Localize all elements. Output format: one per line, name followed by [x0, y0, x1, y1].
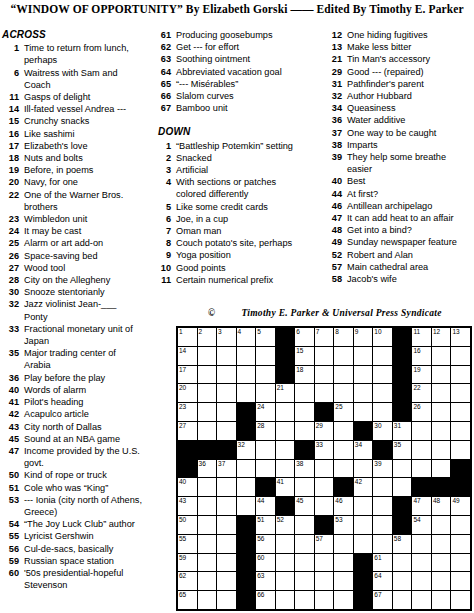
- grid-cell-r12c13[interactable]: [412, 535, 431, 553]
- cell-number: 17: [179, 366, 186, 374]
- grid-cell-r12c11[interactable]: [373, 535, 392, 553]
- grid-cell-r15c8[interactable]: [315, 591, 334, 609]
- grid-cell-r5c7[interactable]: [295, 403, 314, 421]
- grid-cell-r9c7[interactable]: [295, 478, 314, 496]
- grid-cell-r4c8[interactable]: [315, 384, 334, 402]
- grid-cell-r11c13[interactable]: 54: [412, 516, 431, 534]
- grid-cell-r9c3[interactable]: [217, 478, 236, 496]
- cell-number: 15: [296, 347, 303, 355]
- clue-down-46: 46Antillean archipelago: [324, 200, 458, 212]
- clue-across-56: 56Cul-de-sacs, basically: [2, 543, 142, 555]
- clue-number: 58: [324, 273, 342, 285]
- grid-cell-r4c14[interactable]: [432, 384, 451, 402]
- grid-cell-r1c7[interactable]: 6: [295, 328, 314, 346]
- grid-cell-r2c8[interactable]: [315, 347, 334, 365]
- grid-cell-r3c3[interactable]: [217, 366, 236, 384]
- grid-cell-r5c15[interactable]: [451, 403, 470, 421]
- clue-text: Producing goosebumps: [176, 29, 293, 41]
- grid-cell-r8c6[interactable]: [276, 460, 295, 478]
- grid-cell-r1c2[interactable]: 2: [198, 328, 217, 346]
- black-square: [237, 572, 256, 590]
- grid-cell-r3c15[interactable]: [451, 366, 470, 384]
- clue-text: Water additive: [347, 114, 458, 126]
- cell-number: 46: [335, 497, 342, 505]
- grid-cell-r3c5[interactable]: [256, 366, 275, 384]
- black-square: [393, 403, 412, 421]
- clue-down-8: 8Couch potato's site, perhaps: [158, 237, 293, 249]
- grid-cell-r13c1[interactable]: 59: [178, 554, 197, 572]
- clue-down-12: 12One hiding fugitives: [324, 29, 458, 41]
- clue-down-57: 57Main cathedral area: [324, 261, 458, 273]
- grid-cell-r14c6[interactable]: [276, 572, 295, 590]
- clue-text: Kind of rope or truck: [24, 469, 142, 481]
- grid-cell-r6c11[interactable]: 30: [373, 422, 392, 440]
- clue-text: Get --- for effort: [176, 41, 293, 53]
- black-square: [237, 535, 256, 553]
- grid-cell-r8c14[interactable]: [432, 460, 451, 478]
- grid-cell-r12c12[interactable]: 58: [393, 535, 412, 553]
- grid-cell-r2c15[interactable]: [451, 347, 470, 365]
- grid-cell-r12c3[interactable]: [217, 535, 236, 553]
- grid-cell-r4c9[interactable]: [334, 384, 353, 402]
- grid-cell-r14c9[interactable]: [334, 572, 353, 590]
- clue-down-40: 40Best: [324, 175, 458, 187]
- clue-text: '50s presidential-hopeful Stevenson: [24, 567, 142, 591]
- grid-cell-r2c7[interactable]: 15: [295, 347, 314, 365]
- clue-down-52: 52Robert and Alan: [324, 249, 458, 261]
- grid-cell-r11c7[interactable]: [295, 516, 314, 534]
- clue-number: 9: [158, 249, 171, 261]
- cell-number: 7: [316, 328, 320, 336]
- clue-down-10: 10Good points: [158, 262, 293, 274]
- grid-cell-r8c9[interactable]: [334, 460, 353, 478]
- clue-text: Cul-de-sacs, basically: [24, 543, 142, 555]
- clue-text: Nuts and bolts: [24, 152, 142, 164]
- grid-cell-r2c11[interactable]: [373, 347, 392, 365]
- grid-cell-r6c13[interactable]: [412, 422, 431, 440]
- grid-cell-r10c4[interactable]: [237, 497, 256, 515]
- grid-cell-r5c9[interactable]: 25: [334, 403, 353, 421]
- clue-text: Robert and Alan: [347, 249, 458, 261]
- grid-cell-r15c14[interactable]: [432, 591, 451, 609]
- cell-number: 50: [179, 516, 186, 524]
- clue-number: 4: [158, 176, 171, 188]
- grid-cell-r11c15[interactable]: [451, 516, 470, 534]
- grid-cell-r13c13[interactable]: [412, 554, 431, 572]
- grid-cell-r12c15[interactable]: [451, 535, 470, 553]
- grid-cell-r1c5[interactable]: 5: [256, 328, 275, 346]
- cell-number: 28: [257, 422, 264, 430]
- clue-text: Words of alarm: [24, 384, 142, 396]
- grid-cell-r6c7[interactable]: [295, 422, 314, 440]
- grid-cell-r12c10[interactable]: [354, 535, 373, 553]
- grid-cell-r9c4[interactable]: [237, 478, 256, 496]
- grid-cell-r2c2[interactable]: [198, 347, 217, 365]
- clue-text: Elizabeth's love: [24, 140, 142, 152]
- clue-number: 39: [324, 151, 342, 163]
- grid-cell-r5c13[interactable]: 26: [412, 403, 431, 421]
- black-square: [451, 460, 470, 478]
- grid-cell-r7c6[interactable]: [276, 441, 295, 459]
- grid-cell-r8c3[interactable]: 37: [217, 460, 236, 478]
- grid-cell-r12c1[interactable]: 55: [178, 535, 197, 553]
- black-square: [354, 554, 373, 572]
- clue-text: Jazz violinist Jean-___ Ponty: [24, 298, 142, 322]
- clue-text: Snacked: [176, 152, 293, 164]
- grid-cell-r2c13[interactable]: 16: [412, 347, 431, 365]
- clue-text: Sunday newspaper feature: [347, 236, 458, 248]
- grid-cell-r11c5[interactable]: 51: [256, 516, 275, 534]
- grid-cell-r5c10[interactable]: [354, 403, 373, 421]
- clue-down-34: 34Queasiness: [324, 102, 458, 114]
- grid-cell-r4c13[interactable]: 22: [412, 384, 431, 402]
- grid-cell-r15c2[interactable]: [198, 591, 217, 609]
- grid-cell-r2c1[interactable]: 14: [178, 347, 197, 365]
- grid-cell-r1c4[interactable]: 4: [237, 328, 256, 346]
- clue-down-29: 29Good --- (repaired): [324, 66, 458, 78]
- grid-cell-r11c6[interactable]: 52: [276, 516, 295, 534]
- grid-cell-r3c10[interactable]: [354, 366, 373, 384]
- grid-cell-r5c5[interactable]: 24: [256, 403, 275, 421]
- grid-cell-r15c11[interactable]: 67: [373, 591, 392, 609]
- clue-down-7: 7Oman man: [158, 225, 293, 237]
- grid-cell-r1c13[interactable]: 11: [412, 328, 431, 346]
- grid-cell-r13c9[interactable]: [334, 554, 353, 572]
- clue-text: Play before the play: [24, 372, 142, 384]
- grid-cell-r11c3[interactable]: [217, 516, 236, 534]
- clue-number: 32: [2, 298, 19, 310]
- grid-cell-r8c10[interactable]: [354, 460, 373, 478]
- grid-cell-r14c14[interactable]: [432, 572, 451, 590]
- grid-cell-r3c13[interactable]: 19: [412, 366, 431, 384]
- cell-number: 8: [335, 328, 339, 336]
- grid-cell-r12c8[interactable]: 57: [315, 535, 334, 553]
- grid-cell-r5c3[interactable]: [217, 403, 236, 421]
- clue-across-26: 26Space-saving bed: [2, 250, 142, 262]
- grid-cell-r7c13[interactable]: [412, 441, 431, 459]
- grid-cell-r10c3[interactable]: [217, 497, 236, 515]
- grid-cell-r14c2[interactable]: [198, 572, 217, 590]
- grid-cell-r15c7[interactable]: [295, 591, 314, 609]
- grid-cell-r7c4[interactable]: 32: [237, 441, 256, 459]
- grid-cell-r9c11[interactable]: [373, 478, 392, 496]
- grid-cell-r2c14[interactable]: [432, 347, 451, 365]
- grid-cell-r10c7[interactable]: 45: [295, 497, 314, 515]
- grid-cell-r10c1[interactable]: 43: [178, 497, 197, 515]
- clue-down-2: 2Snacked: [158, 152, 293, 164]
- clue-number: 20: [2, 176, 19, 188]
- grid-cell-r6c6[interactable]: [276, 422, 295, 440]
- cell-number: 35: [394, 441, 401, 449]
- clue-text: --- Ionia (city north of Athens, Greece): [24, 494, 142, 518]
- grid-cell-r12c7[interactable]: [295, 535, 314, 553]
- clue-number: 47: [324, 212, 342, 224]
- cell-number: 21: [277, 384, 284, 392]
- clue-text: Imparts: [347, 139, 458, 151]
- grid-cell-r12c9[interactable]: [334, 535, 353, 553]
- down-clue-list: 1“Battleship Potemkin” setting2Snacked3A…: [158, 140, 293, 286]
- grid-cell-r10c10[interactable]: [354, 497, 373, 515]
- black-square: [393, 347, 412, 365]
- grid-cell-r6c14[interactable]: [432, 422, 451, 440]
- clue-number: 44: [324, 188, 342, 200]
- grid-cell-r3c11[interactable]: [373, 366, 392, 384]
- grid-cell-r15c1[interactable]: 65: [178, 591, 197, 609]
- grid-cell-r15c13[interactable]: [412, 591, 431, 609]
- grid-cell-r15c6[interactable]: [276, 591, 295, 609]
- grid-cell-r4c2[interactable]: [198, 384, 217, 402]
- cell-number: 2: [199, 328, 203, 336]
- grid-cell-r3c7[interactable]: 18: [295, 366, 314, 384]
- grid-cell-r3c1[interactable]: 17: [178, 366, 197, 384]
- cell-number: 60: [257, 554, 264, 562]
- grid-cell-r4c7[interactable]: [295, 384, 314, 402]
- grid-cell-r3c4[interactable]: [237, 366, 256, 384]
- grid-cell-r1c11[interactable]: 10: [373, 328, 392, 346]
- clue-across-19: 19Before, in poems: [2, 164, 142, 176]
- grid-cell-r13c8[interactable]: [315, 554, 334, 572]
- grid-cell-r8c11[interactable]: 39: [373, 460, 392, 478]
- grid-cell-r13c14[interactable]: [432, 554, 451, 572]
- clue-across-60: 60'50s presidential-hopeful Stevenson: [2, 567, 142, 591]
- grid-cell-r4c6[interactable]: 21: [276, 384, 295, 402]
- grid-cell-r11c11[interactable]: [373, 516, 392, 534]
- grid-cell-r13c11[interactable]: 61: [373, 554, 392, 572]
- grid-cell-r2c10[interactable]: [354, 347, 373, 365]
- grid-cell-r8c5[interactable]: [256, 460, 275, 478]
- grid-cell-r11c10[interactable]: [354, 516, 373, 534]
- clue-text: Best: [347, 175, 458, 187]
- cell-number: 62: [179, 572, 186, 580]
- black-square: [393, 384, 412, 402]
- grid-cell-r12c14[interactable]: [432, 535, 451, 553]
- cell-number: 11: [413, 328, 420, 336]
- clue-text: One hiding fugitives: [347, 29, 458, 41]
- grid-cell-r12c2[interactable]: [198, 535, 217, 553]
- clue-across-66: 66Slalom curves: [158, 90, 293, 102]
- clue-across-25: 25Alarm or art add-on: [2, 237, 142, 249]
- grid-cell-r10c8[interactable]: [315, 497, 334, 515]
- grid-cell-r15c12[interactable]: [393, 591, 412, 609]
- grid-cell-r9c6[interactable]: 41: [276, 478, 295, 496]
- grid-cell-r6c2[interactable]: [198, 422, 217, 440]
- grid-cell-r5c1[interactable]: 23: [178, 403, 197, 421]
- grid-cell-r3c2[interactable]: [198, 366, 217, 384]
- clue-text: Lyricist Gershwin: [24, 530, 142, 542]
- cell-number: 38: [296, 460, 303, 468]
- clue-down-36: 36Water additive: [324, 114, 458, 126]
- cell-number: 53: [335, 516, 342, 524]
- black-square: [237, 591, 256, 609]
- grid-cell-r13c7[interactable]: [295, 554, 314, 572]
- grid-cell-r9c10[interactable]: 42: [354, 478, 373, 496]
- grid-cell-r7c5[interactable]: [256, 441, 275, 459]
- grid-cell-r14c8[interactable]: [315, 572, 334, 590]
- grid-cell-r6c3[interactable]: [217, 422, 236, 440]
- clue-text: Snooze stentorianly: [24, 286, 142, 298]
- grid-cell-r6c1[interactable]: 27: [178, 422, 197, 440]
- grid-cell-r15c15[interactable]: [451, 591, 470, 609]
- grid-cell-r4c4[interactable]: [237, 384, 256, 402]
- grid-cell-r3c8[interactable]: [315, 366, 334, 384]
- cell-number: 19: [413, 366, 420, 374]
- grid-cell-r14c5[interactable]: 63: [256, 572, 275, 590]
- grid-cell-r5c11[interactable]: [373, 403, 392, 421]
- cell-number: 36: [199, 460, 206, 468]
- clue-down-31: 31Pathfinder's parent: [324, 78, 458, 90]
- grid-cell-r9c12[interactable]: [393, 478, 412, 496]
- clue-number: 62: [158, 41, 171, 53]
- grid-cell-r7c14[interactable]: [432, 441, 451, 459]
- grid-cell-r8c7[interactable]: 38: [295, 460, 314, 478]
- clue-number: 7: [158, 225, 171, 237]
- clue-number: 61: [158, 29, 171, 41]
- grid-cell-r2c9[interactable]: [334, 347, 353, 365]
- grid-cell-r7c12[interactable]: 35: [393, 441, 412, 459]
- grid-cell-r6c5[interactable]: 28: [256, 422, 275, 440]
- grid-cell-r9c2[interactable]: [198, 478, 217, 496]
- grid-cell-r10c2[interactable]: [198, 497, 217, 515]
- grid-cell-r1c14[interactable]: 12: [432, 328, 451, 346]
- black-square: [276, 497, 295, 515]
- clue-number: 15: [2, 115, 19, 127]
- grid-cell-r5c2[interactable]: [198, 403, 217, 421]
- grid-cell-r6c9[interactable]: [334, 422, 353, 440]
- grid-cell-r10c9[interactable]: 46: [334, 497, 353, 515]
- grid-cell-r5c14[interactable]: [432, 403, 451, 421]
- black-square: [237, 422, 256, 440]
- clue-number: 24: [2, 225, 19, 237]
- clue-number: 52: [324, 249, 342, 261]
- clue-across-40: 40Words of alarm: [2, 384, 142, 396]
- grid-cell-r3c14[interactable]: [432, 366, 451, 384]
- grid-cell-r15c9[interactable]: [334, 591, 353, 609]
- grid-cell-r13c3[interactable]: [217, 554, 236, 572]
- grid-cell-r2c4[interactable]: [237, 347, 256, 365]
- grid-cell-r8c4[interactable]: [237, 460, 256, 478]
- grid-cell-r10c5[interactable]: 44: [256, 497, 275, 515]
- clue-across-16: 16Like sashimi: [2, 128, 142, 140]
- grid-cell-r7c15[interactable]: [451, 441, 470, 459]
- grid-cell-r4c11[interactable]: [373, 384, 392, 402]
- clue-number: 63: [158, 53, 171, 65]
- clue-down-58: 58Jacob's wife: [324, 273, 458, 285]
- cell-number: 37: [218, 460, 225, 468]
- grid-cell-r11c1[interactable]: 50: [178, 516, 197, 534]
- grid-cell-r6c12[interactable]: 31: [393, 422, 412, 440]
- grid-cell-r8c8[interactable]: [315, 460, 334, 478]
- grid-cell-r6c8[interactable]: 29: [315, 422, 334, 440]
- clue-text: Oman man: [176, 225, 293, 237]
- grid-cell-r14c15[interactable]: [451, 572, 470, 590]
- black-square: [315, 516, 334, 534]
- grid-cell-r13c12[interactable]: [393, 554, 412, 572]
- grid-cell-r14c1[interactable]: 62: [178, 572, 197, 590]
- clue-column-middle: 61Producing goosebumps62Get --- for effo…: [158, 29, 293, 286]
- grid-cell-r1c8[interactable]: 7: [315, 328, 334, 346]
- clue-down-32: 32Author Hubbard: [324, 90, 458, 102]
- grid-cell-r13c15[interactable]: [451, 554, 470, 572]
- cell-number: 25: [335, 403, 342, 411]
- grid-cell-r4c15[interactable]: [451, 384, 470, 402]
- grid-cell-r5c6[interactable]: [276, 403, 295, 421]
- clue-text: Like some credit cards: [176, 201, 293, 213]
- clue-across-23: 23Wimbledon unit: [2, 213, 142, 225]
- clue-number: 16: [2, 128, 19, 140]
- cell-number: 27: [179, 422, 186, 430]
- grid-cell-r7c8[interactable]: 33: [315, 441, 334, 459]
- grid-cell-r13c5[interactable]: 60: [256, 554, 275, 572]
- grid-cell-r4c3[interactable]: [217, 384, 236, 402]
- grid-cell-r10c15[interactable]: 49: [451, 497, 470, 515]
- grid-cell-r1c15[interactable]: 13: [451, 328, 470, 346]
- grid-cell-r4c10[interactable]: [354, 384, 373, 402]
- clue-down-4: 4With sections or patches colored differ…: [158, 176, 293, 200]
- grid-cell-r13c6[interactable]: [276, 554, 295, 572]
- clue-down-47: 47It can add heat to an affair: [324, 212, 458, 224]
- grid-cell-r10c13[interactable]: 47: [412, 497, 431, 515]
- grid-cell-r14c12[interactable]: [393, 572, 412, 590]
- grid-cell-r10c14[interactable]: 48: [432, 497, 451, 515]
- grid-cell-r4c1[interactable]: 20: [178, 384, 197, 402]
- grid-cell-r7c10[interactable]: 34: [354, 441, 373, 459]
- clue-down-9: 9Yoga position: [158, 249, 293, 261]
- grid-cell-r11c2[interactable]: [198, 516, 217, 534]
- grid-cell-r1c3[interactable]: 3: [217, 328, 236, 346]
- grid-cell-r11c9[interactable]: 53: [334, 516, 353, 534]
- grid-cell-r15c5[interactable]: 66: [256, 591, 275, 609]
- grid-cell-r11c14[interactable]: [432, 516, 451, 534]
- grid-cell-r2c5[interactable]: [256, 347, 275, 365]
- grid-cell-r9c1[interactable]: 40: [178, 478, 197, 496]
- grid-cell-r2c3[interactable]: [217, 347, 236, 365]
- grid-cell-r7c9[interactable]: [334, 441, 353, 459]
- clue-text: Waitress with Sam and Coach: [24, 67, 142, 91]
- clue-across-47: 47Income provided by the U.S. govt.: [2, 445, 142, 469]
- grid-cell-r1c10[interactable]: 9: [354, 328, 373, 346]
- clue-column-right: 12One hiding fugitives13Make less bitter…: [324, 29, 458, 285]
- grid-cell-r14c13[interactable]: [412, 572, 431, 590]
- grid-cell-r4c5[interactable]: [256, 384, 275, 402]
- across-header: ACROSS: [2, 29, 142, 41]
- clue-text: Good points: [176, 262, 293, 274]
- grid-cell-r6c15[interactable]: [451, 422, 470, 440]
- grid-cell-r1c9[interactable]: 8: [334, 328, 353, 346]
- grid-cell-r12c5[interactable]: 56: [256, 535, 275, 553]
- grid-cell-r8c13[interactable]: [412, 460, 431, 478]
- clue-down-6: 6Joe, in a cup: [158, 213, 293, 225]
- grid-cell-r14c11[interactable]: 64: [373, 572, 392, 590]
- grid-cell-r1c1[interactable]: 1: [178, 328, 197, 346]
- grid-cell-r14c7[interactable]: [295, 572, 314, 590]
- across-clue-list: 1Time to return from lunch, perhaps6Wait…: [2, 42, 142, 591]
- clue-text: Author Hubbard: [347, 90, 458, 102]
- grid-cell-r10c11[interactable]: [373, 497, 392, 515]
- grid-cell-r8c12[interactable]: [393, 460, 412, 478]
- grid-cell-r9c8[interactable]: [315, 478, 334, 496]
- clue-number: 13: [324, 41, 342, 53]
- grid-cell-r8c2[interactable]: 36: [198, 460, 217, 478]
- grid-cell-r14c3[interactable]: [217, 572, 236, 590]
- clue-text: Soothing ointment: [176, 53, 293, 65]
- cell-number: 40: [179, 478, 186, 486]
- grid-cell-r12c6[interactable]: [276, 535, 295, 553]
- clue-number: 29: [324, 66, 342, 78]
- grid-cell-r13c2[interactable]: [198, 554, 217, 572]
- grid-cell-r15c3[interactable]: [217, 591, 236, 609]
- grid-cell-r3c9[interactable]: [334, 366, 353, 384]
- black-square: [451, 478, 470, 496]
